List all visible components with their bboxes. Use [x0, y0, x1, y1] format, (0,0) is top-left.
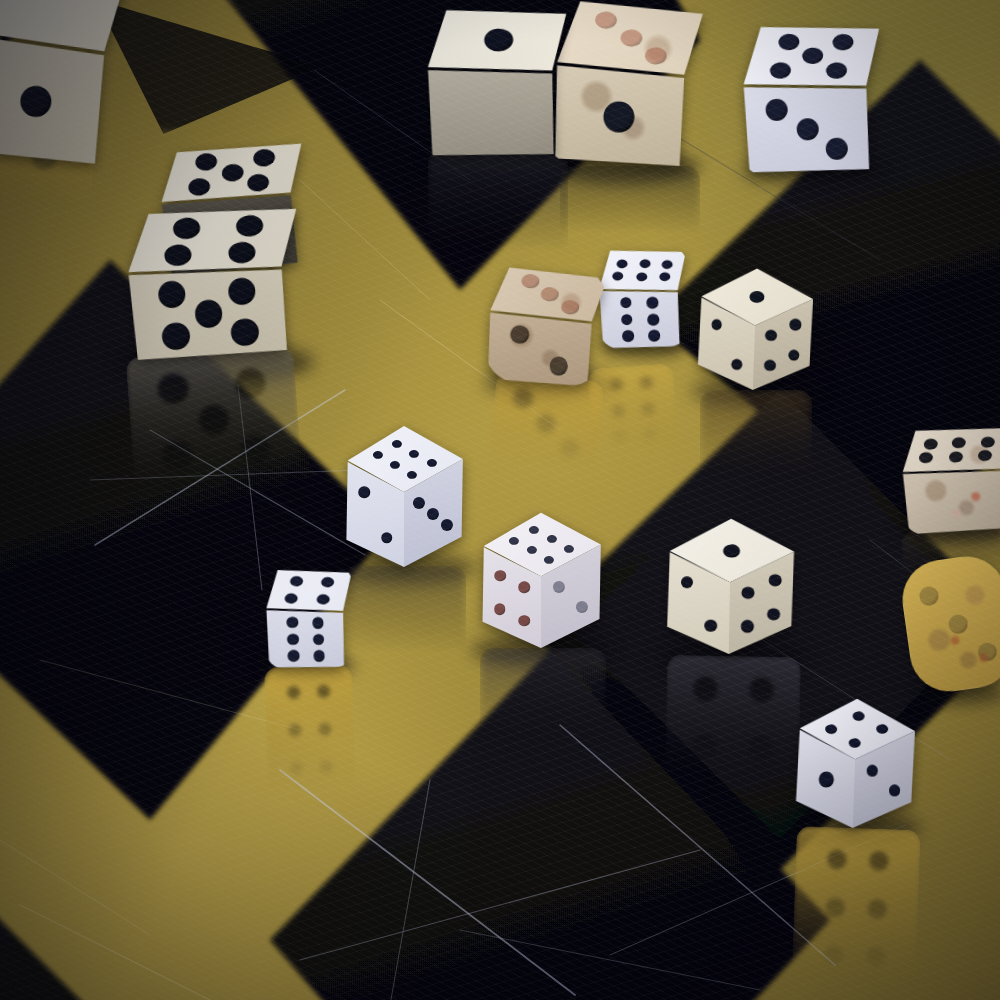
die-pip — [818, 772, 834, 788]
die-pip — [219, 162, 245, 184]
die-pip — [765, 98, 788, 121]
die-pip — [227, 277, 257, 307]
die-pip — [741, 620, 754, 633]
die-pip — [800, 47, 824, 66]
die-pip — [389, 461, 400, 470]
die-mid-left — [340, 423, 468, 567]
die-pip — [832, 33, 856, 52]
die-pip — [620, 296, 632, 308]
die-pip — [194, 299, 224, 329]
die-pip — [246, 172, 272, 194]
die-pip — [722, 544, 741, 558]
die-pip — [549, 357, 568, 376]
die-center — [476, 510, 606, 648]
die-pip — [661, 259, 674, 269]
wear-speck — [950, 635, 961, 646]
die-pip — [918, 586, 939, 607]
die-pip — [711, 319, 722, 330]
die-pip — [681, 576, 693, 588]
wear-speck — [951, 509, 961, 519]
die-pip — [977, 449, 994, 462]
die-pip — [922, 437, 939, 450]
die-pip — [406, 470, 417, 479]
die-pip — [612, 272, 625, 282]
die-pip — [866, 764, 878, 776]
die-pip — [980, 435, 997, 448]
die-pip — [526, 546, 537, 555]
die-pip — [313, 650, 325, 662]
die-pip — [764, 359, 776, 371]
die-pip — [648, 330, 660, 342]
die-pip — [320, 576, 335, 588]
die-bottom-right — [789, 694, 922, 830]
die-pip — [519, 582, 531, 594]
die-small-left — [262, 564, 356, 669]
die-pip — [825, 61, 849, 80]
die-pip — [427, 508, 439, 520]
die-top-aged-red — [549, 0, 705, 167]
die-pip — [767, 608, 780, 621]
die-pip — [768, 574, 781, 587]
die-pip — [171, 216, 202, 241]
die-pip — [742, 586, 755, 599]
die-pip — [234, 213, 265, 238]
die-pip — [187, 176, 213, 198]
die-pip — [638, 259, 651, 269]
die-aged-brown — [483, 263, 609, 387]
die-pip — [162, 242, 193, 267]
die-pip — [528, 526, 539, 535]
die-pip — [947, 613, 968, 634]
die-pip — [312, 617, 324, 629]
die-pip — [252, 147, 278, 169]
die-pip — [731, 358, 742, 369]
wear-speck — [971, 491, 981, 501]
die-pip — [289, 575, 304, 587]
die-pip — [705, 619, 717, 631]
die-pip — [564, 544, 575, 553]
die-pip — [540, 287, 559, 301]
die-pip — [644, 46, 668, 64]
die-pip — [494, 570, 506, 582]
die-center-right — [691, 264, 819, 392]
die-pip — [521, 274, 540, 288]
die-pip — [622, 330, 634, 342]
die-pip — [947, 450, 964, 463]
die-big-top — [421, 1, 572, 158]
die-pip — [381, 532, 393, 544]
die-stack-front — [118, 196, 311, 363]
die-pip — [658, 272, 671, 282]
die-pip — [619, 29, 643, 47]
die-pip — [510, 325, 529, 344]
die-pip — [621, 313, 633, 325]
die-top-left-partial — [0, 0, 129, 165]
die-pip — [161, 321, 191, 351]
die-right-edge-aged — [896, 419, 1000, 537]
die-pip — [576, 601, 588, 613]
die-pip — [789, 319, 801, 331]
die-pip — [286, 616, 298, 628]
die-pip — [615, 258, 628, 268]
die-top-right — [736, 16, 888, 175]
die-pip — [825, 725, 838, 735]
die-pip — [646, 297, 658, 309]
die-pip — [748, 291, 764, 304]
die-right-center — [660, 515, 800, 655]
die-pip — [544, 555, 555, 564]
die-pip — [769, 61, 793, 80]
die-pip — [560, 300, 579, 314]
die-pip — [826, 137, 849, 160]
die-pip — [788, 349, 800, 361]
die-small-center — [594, 244, 691, 351]
die-pip — [426, 459, 437, 468]
die-pip — [796, 118, 819, 141]
die-pip — [852, 711, 865, 721]
die-pip — [595, 11, 619, 29]
die-pip — [226, 240, 257, 265]
die-pip — [230, 317, 260, 347]
die-pip — [413, 497, 425, 509]
die-pip — [19, 85, 52, 118]
die-pip — [287, 633, 299, 645]
die-pip — [409, 449, 420, 458]
die-pip — [603, 101, 635, 133]
die-pip — [288, 650, 300, 662]
die-pip — [546, 535, 557, 544]
die-pip — [494, 604, 506, 616]
die-pip — [635, 272, 648, 282]
die-pip — [888, 784, 900, 796]
die-pip — [518, 615, 530, 627]
die-pip — [951, 436, 968, 449]
die-pip — [876, 724, 889, 734]
die-pip — [765, 329, 777, 341]
die-pip — [553, 581, 565, 593]
die-pip — [157, 280, 187, 310]
die-pip — [918, 451, 935, 464]
die-pip — [647, 313, 659, 325]
die-pip — [372, 451, 383, 460]
die-pip — [391, 439, 402, 448]
die-pip — [194, 152, 220, 174]
die-pip — [316, 594, 331, 606]
photo-dice-on-checkerboard — [0, 0, 1000, 1000]
die-pip — [313, 634, 325, 646]
die-pip — [359, 487, 371, 499]
die-pip — [849, 738, 862, 748]
die-pip — [441, 519, 453, 531]
die-pip — [509, 537, 520, 546]
die-pip — [777, 32, 801, 51]
die-pip — [482, 28, 514, 54]
die-pip — [284, 593, 299, 605]
